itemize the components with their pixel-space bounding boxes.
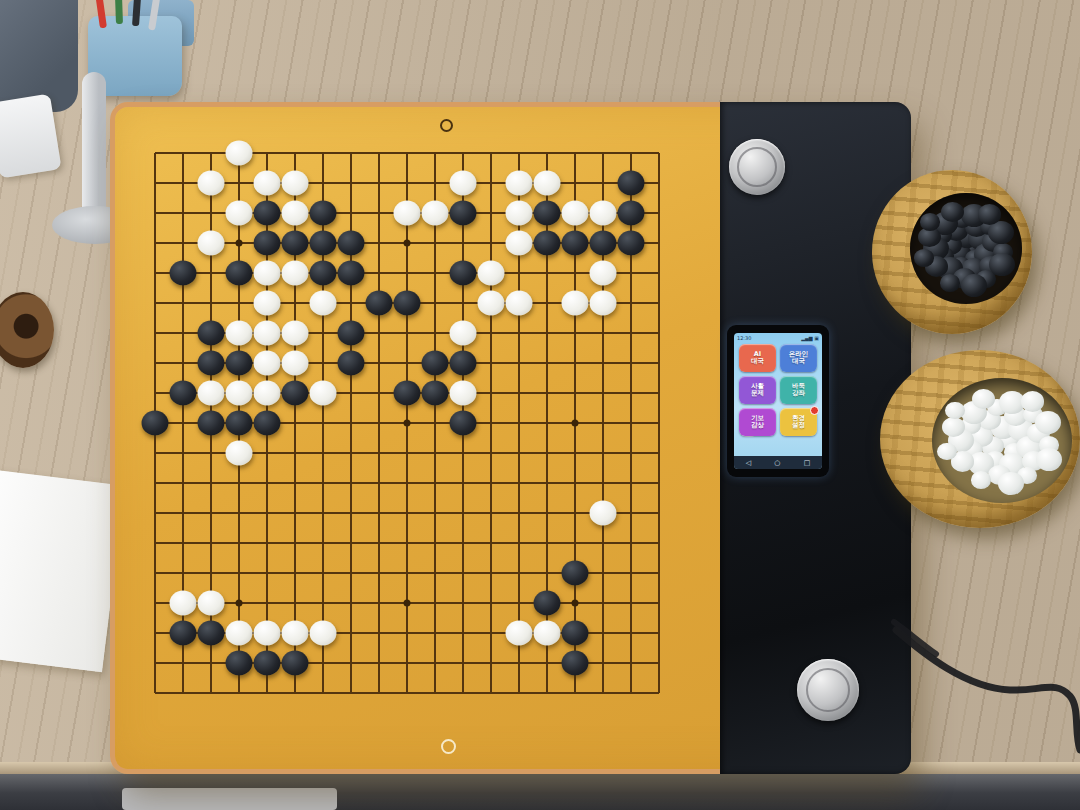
white-stone [562, 291, 589, 316]
black-stone [618, 171, 645, 196]
white-stone [226, 201, 253, 226]
white-stone [254, 351, 281, 376]
white-stone-in-bowl [971, 471, 991, 489]
black-stone [394, 381, 421, 406]
white-stone [534, 621, 561, 646]
app-button-5[interactable]: 기보 감상 [739, 408, 776, 436]
knob-ring [806, 668, 851, 713]
app-button-1[interactable]: AI 대국 [739, 344, 776, 372]
black-stone-in-bowl [961, 274, 987, 297]
white-stone [590, 501, 617, 526]
black-stone [338, 231, 365, 256]
hoshi-point [572, 600, 579, 607]
grid-line-horizontal [155, 512, 659, 514]
paper-sheet [0, 468, 125, 673]
white-stone [394, 201, 421, 226]
black-stone [170, 621, 197, 646]
nav-home-icon[interactable]: ○ [774, 459, 780, 467]
grid-line-horizontal [155, 542, 659, 544]
hoshi-point [236, 240, 243, 247]
board-top-ring-mark [440, 119, 453, 132]
white-stone [282, 321, 309, 346]
white-stone [282, 621, 309, 646]
black-stone [562, 231, 589, 256]
black-stone [338, 351, 365, 376]
black-stone [562, 651, 589, 676]
white-stone-in-bowl [1036, 448, 1062, 471]
black-stone-in-bowl [940, 274, 960, 292]
hoshi-point [572, 420, 579, 427]
white-stone-in-bowl [1021, 391, 1044, 411]
black-stone [170, 261, 197, 286]
bowl-cavity-black-stones [910, 193, 1022, 305]
black-stone [618, 231, 645, 256]
white-stone [506, 291, 533, 316]
bowl-cavity-white-stones [932, 378, 1072, 503]
white-stone [254, 621, 281, 646]
screen-status-bar: 12:30 ▂▄▆ ▣ [734, 333, 822, 342]
white-stone-in-bowl [937, 443, 957, 461]
black-stone [226, 411, 253, 436]
nav-recents-icon[interactable]: □ [804, 459, 811, 467]
app-button-3[interactable]: 사활 문제 [739, 376, 776, 404]
white-stone-in-bowl [998, 472, 1024, 495]
black-stone [198, 321, 225, 346]
black-stone [450, 201, 477, 226]
white-stone [450, 381, 477, 406]
touchscreen[interactable]: 12:30 ▂▄▆ ▣ AI 대국온라인 대국사활 문제바둑 강좌기보 감상환경… [734, 333, 822, 469]
white-stone [226, 321, 253, 346]
white-stone [198, 231, 225, 256]
black-stone [254, 411, 281, 436]
white-stone [254, 321, 281, 346]
white-stone [506, 231, 533, 256]
white-stone [590, 261, 617, 286]
black-stone [618, 201, 645, 226]
black-stone [282, 231, 309, 256]
go-board-unit: 12:30 ▂▄▆ ▣ AI 대국온라인 대국사활 문제바둑 강좌기보 감상환경… [110, 102, 906, 774]
bottom-knob-button[interactable] [797, 659, 859, 721]
black-stone [282, 651, 309, 676]
white-stone [198, 171, 225, 196]
hoshi-point [404, 240, 411, 247]
white-stone [282, 351, 309, 376]
white-stone [282, 261, 309, 286]
black-stone [170, 381, 197, 406]
white-stone [506, 201, 533, 226]
black-stone [590, 231, 617, 256]
status-icons: ▂▄▆ ▣ [801, 335, 819, 341]
app-button-6[interactable]: 환경 설정 [780, 408, 817, 436]
black-stone [450, 261, 477, 286]
white-stone [506, 171, 533, 196]
knob-ring [737, 147, 777, 187]
white-stone [478, 291, 505, 316]
white-stone [254, 381, 281, 406]
white-stone [254, 291, 281, 316]
black-stone [422, 351, 449, 376]
white-stone-in-bowl [1035, 411, 1061, 434]
notification-badge [810, 406, 819, 415]
black-stone [198, 351, 225, 376]
status-time: 12:30 [737, 335, 751, 341]
black-stone-in-bowl [978, 204, 1001, 224]
android-nav-bar: ◁○□ [734, 456, 822, 469]
grid-line-vertical [434, 153, 436, 693]
black-stone [226, 351, 253, 376]
white-stone [450, 321, 477, 346]
white-stone [310, 621, 337, 646]
app-menu: AI 대국온라인 대국사활 문제바둑 강좌기보 감상환경 설정 [734, 342, 822, 438]
white-stone [198, 591, 225, 616]
white-stone [590, 291, 617, 316]
white-stone [226, 441, 253, 466]
black-stone [310, 261, 337, 286]
black-stone [338, 321, 365, 346]
board-bottom-ring-mark [441, 739, 456, 754]
app-button-4[interactable]: 바둑 강좌 [780, 376, 817, 404]
white-stone [422, 201, 449, 226]
black-stone [198, 411, 225, 436]
grid-line-vertical [490, 153, 492, 693]
board-grid [155, 153, 659, 693]
black-stone [422, 381, 449, 406]
white-stone [254, 171, 281, 196]
white-stone [450, 171, 477, 196]
hoshi-point [236, 600, 243, 607]
touchscreen-bezel: 12:30 ▂▄▆ ▣ AI 대국온라인 대국사활 문제바둑 강좌기보 감상환경… [727, 325, 829, 477]
hoshi-point [404, 600, 411, 607]
white-stone-in-bowl [945, 402, 965, 420]
white-stone [534, 171, 561, 196]
black-stone [282, 381, 309, 406]
grid-line-horizontal [155, 692, 659, 694]
white-stone [310, 291, 337, 316]
white-stone [170, 591, 197, 616]
white-stone [282, 201, 309, 226]
white-stone [226, 621, 253, 646]
white-stone [478, 261, 505, 286]
black-stone-in-bowl [989, 253, 1015, 276]
black-stone [366, 291, 393, 316]
stone-bowl-black [872, 170, 1032, 334]
stone-bowl-white [880, 350, 1080, 528]
black-stone [142, 411, 169, 436]
green-pen [115, 0, 123, 24]
black-stone [254, 231, 281, 256]
black-stone-in-bowl [920, 213, 940, 231]
power-cable [874, 592, 1080, 772]
black-stone [198, 621, 225, 646]
white-stone [506, 621, 533, 646]
hoshi-point [404, 420, 411, 427]
black-stone [254, 651, 281, 676]
black-stone [226, 261, 253, 286]
floor-highlight [122, 788, 337, 810]
nav-back-icon[interactable]: ◁ [746, 459, 751, 467]
grid-line-horizontal [155, 482, 659, 484]
black-stone [534, 201, 561, 226]
black-stone [254, 201, 281, 226]
black-stone [310, 231, 337, 256]
black-stone-in-bowl [914, 249, 934, 267]
black-stone [450, 351, 477, 376]
black-stone [226, 651, 253, 676]
black-stone [562, 561, 589, 586]
black-stone [562, 621, 589, 646]
white-stone [254, 261, 281, 286]
white-stone [590, 201, 617, 226]
black-stone-in-bowl [988, 221, 1014, 244]
desk-scene: 12:30 ▂▄▆ ▣ AI 대국온라인 대국사활 문제바둑 강좌기보 감상환경… [0, 0, 1080, 810]
black-stone [338, 261, 365, 286]
black-stone [310, 201, 337, 226]
app-button-2[interactable]: 온라인 대국 [780, 344, 817, 372]
grid-line-vertical [658, 153, 660, 693]
black-stone [394, 291, 421, 316]
black-stone [450, 411, 477, 436]
white-stone [310, 381, 337, 406]
white-stone [226, 381, 253, 406]
white-stone [282, 171, 309, 196]
black-stone [534, 591, 561, 616]
tape-roll [0, 292, 54, 368]
white-stone [226, 141, 253, 166]
white-stone [198, 381, 225, 406]
top-knob-button[interactable] [729, 139, 785, 195]
desk-stand-pole [82, 72, 106, 224]
black-stone [534, 231, 561, 256]
white-stone [562, 201, 589, 226]
